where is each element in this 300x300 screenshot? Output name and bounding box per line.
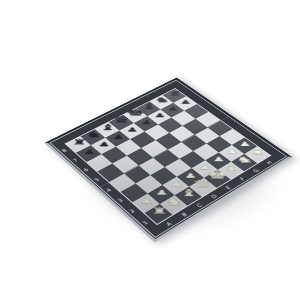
black-pawn-piece: ♟	[154, 113, 166, 118]
white-pawn-piece: ♟	[184, 172, 197, 178]
square-d2: ♟	[177, 168, 204, 186]
white-pawn-piece: ♟	[140, 197, 154, 204]
square-c2: ♟	[162, 176, 189, 195]
white-rook-piece: ♜	[151, 206, 168, 215]
black-pawn-piece: ♟	[126, 126, 138, 132]
square-c3	[150, 167, 177, 185]
white-pawn-piece: ♟	[170, 180, 183, 187]
white-pawn-piece: ♟	[198, 164, 211, 170]
square-c4	[139, 157, 165, 175]
square-b5	[113, 156, 139, 173]
square-b3	[136, 175, 163, 194]
square-b1: ♞	[160, 195, 188, 215]
square-a2: ♟	[132, 193, 160, 213]
square-d1: ♛	[189, 178, 216, 197]
black-knight-piece: ♞	[85, 130, 103, 138]
square-d3	[165, 159, 191, 177]
white-queen-piece: ♛	[193, 178, 214, 188]
square-g1: ♞	[231, 154, 257, 171]
square-d4	[153, 150, 179, 167]
product-photo-chess-set: ♜♞♝♛♚♝♞♜♟♟♟♟♟♟♟♟♟♟♟♟♟♟♟♟♜♞♝♛♚♝♞♜ ABCDEFG…	[0, 0, 300, 300]
white-bishop-piece: ♝	[179, 188, 198, 198]
black-pawn-piece: ♟	[180, 99, 192, 104]
square-c5	[127, 148, 153, 165]
white-pawn-piece: ♟	[238, 141, 251, 147]
black-pawn-piece: ♟	[167, 106, 179, 111]
white-pawn-piece: ♟	[225, 148, 238, 154]
black-pawn-piece: ♟	[112, 134, 125, 140]
black-pawn-piece: ♟	[98, 141, 111, 147]
black-rook-piece: ♜	[71, 138, 87, 145]
square-e2: ♟	[191, 160, 217, 178]
white-king-piece: ♚	[206, 169, 229, 180]
black-pawn-piece: ♟	[140, 119, 152, 125]
white-bishop-piece: ♝	[221, 163, 240, 172]
white-knight-piece: ♞	[165, 197, 183, 207]
square-b2: ♟	[148, 185, 175, 204]
black-pawn-piece: ♟	[83, 149, 96, 155]
white-knight-piece: ♞	[235, 155, 253, 163]
square-b4	[124, 165, 150, 183]
square-e3	[179, 151, 205, 168]
white-pawn-piece: ♟	[155, 189, 168, 196]
